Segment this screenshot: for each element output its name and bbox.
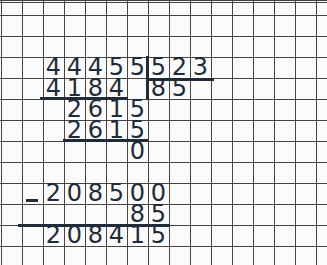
squared-paper-page: 4445552341848526152615020850085208415 (0, 0, 327, 265)
strokes-layer (0, 0, 327, 265)
division-step2-underline (63, 139, 148, 142)
division-step1-underline (40, 97, 128, 100)
subtraction-underline (18, 224, 170, 227)
paper-top-edge-line (0, 0, 327, 1)
subtraction-minus-sign (26, 199, 38, 202)
division-divisor-underline (146, 78, 214, 81)
